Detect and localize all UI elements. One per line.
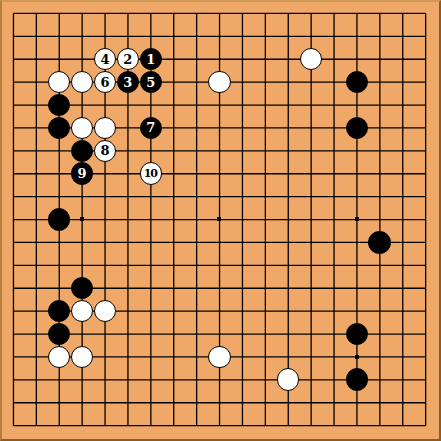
move-number-label: 9 <box>78 167 87 180</box>
stone-F17: 2 <box>117 48 140 71</box>
stone-Q16 <box>346 71 369 94</box>
move-number-label: 3 <box>123 76 132 89</box>
stone-R9 <box>368 231 391 254</box>
stone-E17: 4 <box>94 48 117 71</box>
stone-D4 <box>71 346 94 369</box>
move-number-label: 6 <box>100 76 109 89</box>
move-number-label: 10 <box>144 168 157 179</box>
stones-layer: 42163578910 <box>2 2 437 437</box>
stone-Q5 <box>346 323 369 346</box>
stone-D14 <box>71 117 94 140</box>
star-point <box>80 217 84 221</box>
stone-G16: 5 <box>140 71 163 94</box>
stone-K16 <box>208 71 231 94</box>
stone-O17 <box>300 48 323 71</box>
move-number-label: 2 <box>123 53 132 66</box>
stone-C16 <box>48 71 71 94</box>
stone-E13: 8 <box>94 140 117 163</box>
stone-K4 <box>208 346 231 369</box>
stone-C10 <box>48 208 71 231</box>
stone-G12: 10 <box>140 162 163 185</box>
go-board: 42163578910 <box>0 0 441 441</box>
stone-D7 <box>71 277 94 300</box>
stone-E6 <box>94 300 117 323</box>
stone-E16: 6 <box>94 71 117 94</box>
move-number-label: 8 <box>100 144 109 157</box>
stone-C5 <box>48 323 71 346</box>
stone-G17: 1 <box>140 48 163 71</box>
star-point <box>217 217 221 221</box>
stone-D12: 9 <box>71 162 94 185</box>
stone-C15 <box>48 94 71 117</box>
move-number-label: 1 <box>146 53 155 66</box>
stone-Q14 <box>346 117 369 140</box>
stone-D13 <box>71 140 94 163</box>
stone-C14 <box>48 117 71 140</box>
move-number-label: 7 <box>146 121 155 134</box>
stone-N3 <box>277 368 300 391</box>
stone-Q3 <box>346 368 369 391</box>
move-number-label: 5 <box>146 76 155 89</box>
stone-C6 <box>48 300 71 323</box>
stone-F16: 3 <box>117 71 140 94</box>
stone-D6 <box>71 300 94 323</box>
stone-G14: 7 <box>140 117 163 140</box>
stone-D16 <box>71 71 94 94</box>
star-point <box>355 355 359 359</box>
star-point <box>355 217 359 221</box>
stone-C4 <box>48 346 71 369</box>
move-number-label: 4 <box>100 53 109 66</box>
stone-E14 <box>94 117 117 140</box>
